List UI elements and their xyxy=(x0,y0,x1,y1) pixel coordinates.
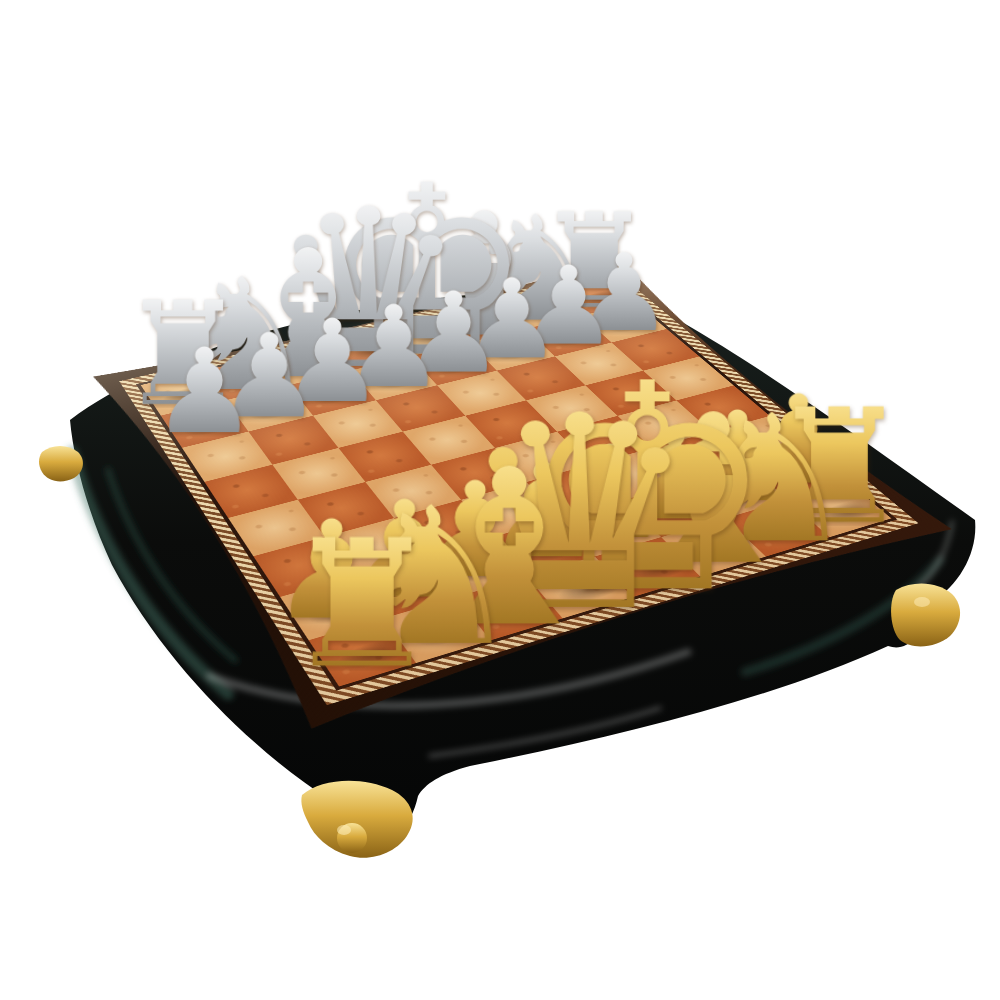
piece-gold-rook-a1[interactable]: ♜ xyxy=(274,516,450,692)
gold-foot-near xyxy=(301,781,412,858)
gold-foot-left xyxy=(39,446,83,481)
chess-set-photo: ♜♞♝♛♚♝♞♜♟♟♟♟♟♟♟♟♟♟♟♟♟♟♟♟♜♞♝♛♚♝♞♜ xyxy=(0,0,1000,1000)
piece-silver-pawn-a7[interactable]: ♟ xyxy=(146,333,264,451)
gold-foot-right xyxy=(891,584,960,647)
